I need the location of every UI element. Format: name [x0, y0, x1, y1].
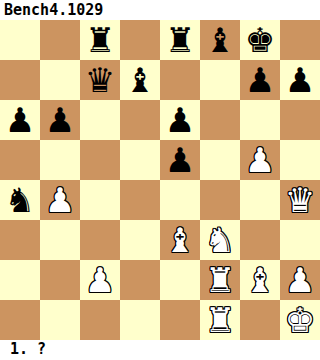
square-c2[interactable]: ♟ [80, 260, 120, 300]
square-f7[interactable] [200, 60, 240, 100]
square-e8[interactable]: ♜ [160, 20, 200, 60]
square-b8[interactable] [40, 20, 80, 60]
square-h6[interactable] [280, 100, 320, 140]
piece-black-rook[interactable]: ♜ [80, 20, 120, 60]
piece-black-queen[interactable]: ♛ [80, 60, 120, 100]
chess-app-window: Bench4.1029 ♜♜♝♚♛♝♟♟♟♟♟♟♟♞♟♛♝♞♟♜♝♟♜♚ 1. … [0, 0, 320, 360]
square-g2[interactable]: ♝ [240, 260, 280, 300]
piece-black-pawn[interactable]: ♟ [40, 100, 80, 140]
piece-black-pawn[interactable]: ♟ [0, 100, 40, 140]
square-c3[interactable] [80, 220, 120, 260]
square-c4[interactable] [80, 180, 120, 220]
square-c6[interactable] [80, 100, 120, 140]
piece-black-pawn[interactable]: ♟ [160, 140, 200, 180]
square-h5[interactable] [280, 140, 320, 180]
square-e1[interactable] [160, 300, 200, 340]
square-g6[interactable] [240, 100, 280, 140]
piece-black-king[interactable]: ♚ [240, 20, 280, 60]
square-g5[interactable]: ♟ [240, 140, 280, 180]
piece-white-queen[interactable]: ♛ [280, 180, 320, 220]
square-g8[interactable]: ♚ [240, 20, 280, 60]
piece-white-rook[interactable]: ♜ [200, 300, 240, 340]
piece-black-bishop[interactable]: ♝ [120, 60, 160, 100]
square-f4[interactable] [200, 180, 240, 220]
square-g1[interactable] [240, 300, 280, 340]
square-h7[interactable]: ♟ [280, 60, 320, 100]
square-f1[interactable]: ♜ [200, 300, 240, 340]
square-d6[interactable] [120, 100, 160, 140]
square-e3[interactable]: ♝ [160, 220, 200, 260]
square-c7[interactable]: ♛ [80, 60, 120, 100]
square-e2[interactable] [160, 260, 200, 300]
square-h1[interactable]: ♚ [280, 300, 320, 340]
square-c1[interactable] [80, 300, 120, 340]
square-e4[interactable] [160, 180, 200, 220]
square-d2[interactable] [120, 260, 160, 300]
square-a4[interactable]: ♞ [0, 180, 40, 220]
piece-black-rook[interactable]: ♜ [160, 20, 200, 60]
piece-white-bishop[interactable]: ♝ [240, 260, 280, 300]
square-f6[interactable] [200, 100, 240, 140]
square-a1[interactable] [0, 300, 40, 340]
piece-black-pawn[interactable]: ♟ [280, 60, 320, 100]
piece-white-king[interactable]: ♚ [280, 300, 320, 340]
piece-black-pawn[interactable]: ♟ [160, 100, 200, 140]
square-f3[interactable]: ♞ [200, 220, 240, 260]
square-b5[interactable] [40, 140, 80, 180]
square-f8[interactable]: ♝ [200, 20, 240, 60]
move-prompt: 1. ? [0, 340, 320, 360]
square-b7[interactable] [40, 60, 80, 100]
square-a2[interactable] [0, 260, 40, 300]
square-h2[interactable]: ♟ [280, 260, 320, 300]
square-b2[interactable] [40, 260, 80, 300]
square-a8[interactable] [0, 20, 40, 60]
square-b1[interactable] [40, 300, 80, 340]
square-c5[interactable] [80, 140, 120, 180]
square-g7[interactable]: ♟ [240, 60, 280, 100]
square-e5[interactable]: ♟ [160, 140, 200, 180]
square-a5[interactable] [0, 140, 40, 180]
window-title: Bench4.1029 [0, 0, 320, 20]
square-f5[interactable] [200, 140, 240, 180]
square-g4[interactable] [240, 180, 280, 220]
square-g3[interactable] [240, 220, 280, 260]
piece-black-pawn[interactable]: ♟ [240, 60, 280, 100]
piece-white-pawn[interactable]: ♟ [280, 260, 320, 300]
square-f2[interactable]: ♜ [200, 260, 240, 300]
square-d4[interactable] [120, 180, 160, 220]
piece-white-pawn[interactable]: ♟ [240, 140, 280, 180]
square-a7[interactable] [0, 60, 40, 100]
square-b6[interactable]: ♟ [40, 100, 80, 140]
chess-board: ♜♜♝♚♛♝♟♟♟♟♟♟♟♞♟♛♝♞♟♜♝♟♜♚ [0, 20, 320, 340]
square-a6[interactable]: ♟ [0, 100, 40, 140]
piece-white-rook[interactable]: ♜ [200, 260, 240, 300]
square-d8[interactable] [120, 20, 160, 60]
piece-white-pawn[interactable]: ♟ [40, 180, 80, 220]
piece-black-knight[interactable]: ♞ [0, 180, 40, 220]
square-c8[interactable]: ♜ [80, 20, 120, 60]
square-d3[interactable] [120, 220, 160, 260]
piece-white-knight[interactable]: ♞ [200, 220, 240, 260]
square-h8[interactable] [280, 20, 320, 60]
square-e6[interactable]: ♟ [160, 100, 200, 140]
square-e7[interactable] [160, 60, 200, 100]
square-h3[interactable] [280, 220, 320, 260]
square-b3[interactable] [40, 220, 80, 260]
piece-black-bishop[interactable]: ♝ [200, 20, 240, 60]
piece-white-bishop[interactable]: ♝ [160, 220, 200, 260]
square-d1[interactable] [120, 300, 160, 340]
square-a3[interactable] [0, 220, 40, 260]
square-b4[interactable]: ♟ [40, 180, 80, 220]
square-d7[interactable]: ♝ [120, 60, 160, 100]
square-d5[interactable] [120, 140, 160, 180]
square-h4[interactable]: ♛ [280, 180, 320, 220]
piece-white-pawn[interactable]: ♟ [80, 260, 120, 300]
